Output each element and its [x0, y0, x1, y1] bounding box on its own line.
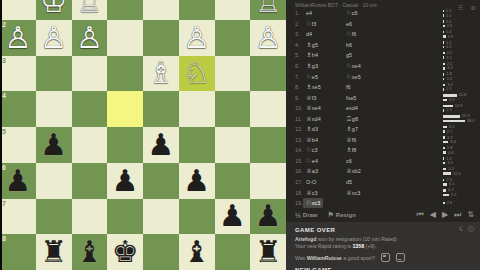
move-number: 11. [295, 116, 306, 122]
square-g5[interactable]: ♟ [36, 127, 72, 163]
black-move[interactable]: h6 [346, 42, 443, 48]
flip-board-icon[interactable]: ⇅ [467, 211, 474, 219]
white-move[interactable]: ♘xc3 [303, 198, 323, 208]
black-move[interactable]: ♘f6 [346, 30, 443, 38]
move-nav: ⏮◀▶⏭⇅ [417, 211, 474, 219]
square-a8[interactable]: ♜ [250, 234, 286, 270]
black-move[interactable]: ♗g7 [346, 125, 443, 133]
rank-label-4: 4 [2, 92, 6, 99]
white-pawn: ♙ [76, 23, 103, 53]
move-number: 18. [295, 190, 306, 196]
move-row-7: 7.♘e5♘xe51.82.2 [286, 71, 480, 82]
square-h5[interactable]: 5 [0, 127, 36, 163]
resign-button[interactable]: ⚑ Resign [328, 211, 356, 219]
thumbs-up-icon[interactable] [381, 253, 390, 262]
square-c3[interactable]: ♘ [179, 56, 215, 92]
move-row-14: 14.♘c3♗f82.84.6 [286, 145, 480, 156]
square-a3[interactable] [250, 56, 286, 92]
white-rook: ♖ [76, 0, 103, 17]
move-row-5: 5.♗h4g52.52.1 [286, 50, 480, 61]
white-bishop: ♗ [147, 58, 174, 88]
challenge-icon[interactable]: ☇ [459, 225, 463, 234]
move-time-bars: 0.22.6 [443, 20, 480, 28]
move-number: 2. [295, 21, 306, 27]
result-text: Ariefogd won by resignation (10 min Rate… [295, 236, 474, 242]
move-row-18: 18.♕c3♕xc34.79.2 [286, 187, 480, 198]
white-move[interactable]: ♗d3 [306, 125, 346, 133]
info-icon[interactable]: ⓘ [468, 225, 475, 234]
black-move[interactable]: fxe5 [346, 95, 443, 101]
square-b1[interactable] [215, 0, 251, 20]
black-bishop: ♝ [76, 237, 103, 267]
square-c8[interactable]: ♝ [179, 234, 215, 270]
square-h7[interactable]: 7 [0, 199, 36, 235]
move-time-bars: 1.93.3 [443, 157, 480, 165]
move-row-4: 4.♗g5h61.21.5 [286, 40, 480, 51]
move-row-13: 13.♕b4♕f63.28.4 [286, 135, 480, 146]
draw-label: Draw [303, 212, 318, 218]
black-move[interactable]: ♕xc3 [346, 189, 443, 197]
move-time-bars: 14.92.1 [443, 104, 480, 112]
white-pawn: ♙ [183, 23, 210, 53]
square-b3[interactable] [215, 56, 251, 92]
move-number: 13. [295, 137, 306, 143]
move-number: 5. [295, 52, 306, 58]
move-row-19: 19.♘xc32.6 [286, 198, 480, 208]
black-pawn: ♟ [4, 166, 31, 196]
square-e2[interactable] [107, 20, 143, 56]
square-c1[interactable] [179, 0, 215, 20]
square-b4[interactable] [215, 91, 251, 127]
move-row-9: 9.♕f3fxe520.85.9 [286, 92, 480, 103]
white-move[interactable]: ♘e5 [306, 73, 346, 81]
square-f7[interactable] [72, 199, 108, 235]
square-h2[interactable]: 2♙ [0, 20, 36, 56]
square-e5[interactable] [107, 127, 143, 163]
square-g4[interactable] [36, 91, 72, 127]
white-move[interactable]: ♗g3 [306, 62, 346, 70]
game-title: WilliamRuisse BOT · Casual · 10 min [295, 2, 377, 8]
white-move[interactable]: d4 [306, 31, 346, 37]
move-number: 16. [295, 168, 306, 174]
square-h8[interactable]: 8 [0, 234, 36, 270]
square-d8[interactable] [143, 234, 179, 270]
new-rating: 1358 [352, 243, 364, 249]
rank-label-3: 3 [2, 57, 6, 64]
square-f3[interactable] [72, 56, 108, 92]
square-g7[interactable] [36, 199, 72, 235]
black-move[interactable]: ♗f8 [346, 146, 443, 154]
black-move[interactable]: f6 [346, 84, 443, 90]
white-move[interactable]: ♕f3 [306, 94, 346, 102]
black-pawn: ♟ [255, 201, 282, 231]
square-f8[interactable]: ♝ [72, 234, 108, 270]
move-time-bars: 1.82.2 [443, 73, 480, 81]
game-over-section: GAME OVER ☇ ⓘ Ariefogd won by resignatio… [286, 222, 480, 270]
move-time-bars: 0.11.5 [443, 9, 480, 17]
square-d4[interactable] [143, 91, 179, 127]
rating-text: Your new Rapid rating is 1358 (+9). [295, 243, 474, 249]
controls-bar: ½ Draw ⚑ Resign ⏮◀▶⏭⇅ [286, 208, 480, 222]
move-number: 1. [295, 10, 306, 16]
black-move[interactable]: ♕xb2 [346, 167, 443, 175]
square-c6[interactable]: ♟ [179, 163, 215, 199]
half-point-icon: ½ [295, 212, 301, 219]
move-row-1: 1.e4♘c60.11.5 [286, 8, 480, 19]
sidebar: WilliamRuisse BOT · Casual · 10 min ☰ ⚙ … [286, 0, 480, 270]
black-king: ♚ [112, 237, 139, 267]
flag-icon: ⚑ [328, 211, 334, 219]
black-move[interactable]: e6 [346, 21, 443, 27]
square-a5[interactable] [250, 127, 286, 163]
move-number: 8. [295, 84, 306, 90]
move-time-bars: 2.53.2 [443, 62, 480, 70]
black-rook: ♜ [40, 237, 67, 267]
black-move[interactable]: ♖g8 [346, 115, 443, 123]
square-g6[interactable] [36, 163, 72, 199]
white-move[interactable]: ♕xe4 [306, 104, 346, 112]
left-edge-divider [0, 0, 2, 270]
move-row-16: 16.♕a3♕xb25.212.4 [286, 166, 480, 177]
white-move[interactable]: ♘f3 [306, 20, 346, 28]
square-g3[interactable] [36, 56, 72, 92]
move-time-bars: 2.84.6 [443, 146, 480, 154]
game-over-title: GAME OVER [295, 227, 335, 233]
square-e1[interactable] [107, 0, 143, 20]
white-move[interactable]: ♗xe5 [306, 83, 346, 91]
black-pawn: ♟ [219, 201, 246, 231]
square-e7[interactable] [107, 199, 143, 235]
move-row-11: 11.♕xd4♖g825.936.0 [286, 113, 480, 124]
square-e6[interactable]: ♟ [107, 163, 143, 199]
thumbs-down-icon[interactable] [396, 253, 405, 262]
move-row-15: 15.♘e4c61.93.3 [286, 156, 480, 167]
move-row-3: 3.d4♘f60.43.9 [286, 29, 480, 40]
move-number: 3. [295, 31, 306, 37]
square-b5[interactable] [215, 127, 251, 163]
move-time-bars: 5.212.4 [443, 167, 480, 175]
white-knight: ♘ [183, 58, 210, 88]
square-c7[interactable] [179, 199, 215, 235]
square-e4[interactable] [107, 91, 143, 127]
move-time-bars: 3.41.5 [443, 83, 480, 91]
winner-name: Ariefogd [295, 236, 316, 242]
sportsmanship-question: Was WilliamRuisse a good sport? [295, 255, 375, 261]
square-d7[interactable] [143, 199, 179, 235]
black-pawn: ♟ [147, 130, 174, 160]
move-list: 1.e4♘c60.11.52.♘f3e60.22.63.d4♘f60.43.94… [286, 8, 480, 208]
square-f4[interactable] [72, 91, 108, 127]
move-time-bars: 6.12.7 [443, 125, 480, 133]
black-move[interactable]: g5 [346, 52, 443, 58]
square-h6[interactable]: 6♟ [0, 163, 36, 199]
move-number: 15. [295, 158, 306, 164]
white-move[interactable]: e4 [306, 10, 346, 16]
black-pawn: ♟ [40, 130, 67, 160]
new-game-title: NEW GAME [295, 267, 474, 270]
move-time-bars: 25.936.0 [443, 115, 480, 123]
black-move[interactable]: ♘c6 [346, 9, 443, 17]
square-a6[interactable] [250, 163, 286, 199]
square-f2[interactable]: ♙ [72, 20, 108, 56]
board-grid: 1♔♖♖2♙♙♙♙♙3♗♘45♟♟6♟♟♟7♟♟8♜♝♚♝♜ [0, 0, 286, 270]
white-pawn: ♙ [4, 23, 31, 53]
white-move[interactable]: ♕b4 [306, 136, 346, 144]
square-c4[interactable] [179, 91, 215, 127]
move-number: 17. [295, 179, 306, 185]
black-bishop: ♝ [183, 237, 210, 267]
draw-button[interactable]: ½ Draw [295, 212, 318, 219]
move-number: 7. [295, 74, 306, 80]
square-b6[interactable] [215, 163, 251, 199]
move-row-12: 12.♗d3♗g76.12.7 [286, 124, 480, 135]
move-row-17: 17.O-Od52.36.1 [286, 177, 480, 188]
square-f1[interactable]: ♖ [72, 0, 108, 20]
move-number: 9. [295, 95, 306, 101]
black-move[interactable]: d5 [346, 179, 443, 185]
resign-label: Resign [336, 212, 356, 218]
white-pawn: ♙ [255, 23, 282, 53]
black-move[interactable]: exd4 [346, 105, 443, 111]
white-move[interactable]: ♘e4 [306, 157, 346, 165]
square-h1[interactable]: 1 [0, 0, 36, 20]
rank-label-2: 2 [2, 21, 6, 28]
move-row-8: 8.♗xe5f63.41.5 [286, 82, 480, 93]
black-rook: ♜ [255, 237, 282, 267]
move-time-bars: 2.36.1 [443, 178, 480, 186]
square-b7[interactable]: ♟ [215, 199, 251, 235]
move-time-bars: 3.28.4 [443, 136, 480, 144]
move-number: 6. [295, 63, 306, 69]
square-d1[interactable] [143, 0, 179, 20]
white-move[interactable]: ♘c3 [306, 146, 346, 154]
move-time-bars: 20.85.9 [443, 94, 480, 102]
square-a1[interactable]: ♖ [250, 0, 286, 20]
black-move[interactable]: c6 [346, 158, 443, 164]
square-g1[interactable]: ♔ [36, 0, 72, 20]
white-move[interactable]: ♗h4 [306, 51, 346, 59]
square-d3[interactable]: ♗ [143, 56, 179, 92]
square-g8[interactable]: ♜ [36, 234, 72, 270]
first-move-icon[interactable]: ⏮ [417, 211, 424, 219]
move-row-6: 6.♗g3♘xe42.53.2 [286, 61, 480, 72]
square-b2[interactable] [215, 20, 251, 56]
rank-label-5: 5 [2, 128, 6, 135]
square-d2[interactable] [143, 20, 179, 56]
move-time-bars: 4.79.2 [443, 189, 480, 197]
white-king: ♔ [40, 0, 67, 17]
move-time-bars: 2.6 [443, 201, 480, 205]
opponent-name: WilliamRuisse [307, 255, 342, 261]
black-move[interactable]: ♘xe5 [346, 73, 443, 81]
rank-label-8: 8 [2, 235, 6, 242]
white-pawn: ♙ [40, 23, 67, 53]
rank-label-6: 6 [2, 164, 6, 171]
square-d6[interactable] [143, 163, 179, 199]
square-c5[interactable] [179, 127, 215, 163]
black-pawn: ♟ [183, 166, 210, 196]
rank-label-7: 7 [2, 200, 6, 207]
square-h3[interactable]: 3 [0, 56, 36, 92]
move-time-bars: 0.43.9 [443, 30, 480, 38]
last-move-icon[interactable]: ⏭ [454, 211, 461, 219]
move-row-2: 2.♘f3e60.22.6 [286, 19, 480, 30]
square-e8[interactable]: ♚ [107, 234, 143, 270]
square-h4[interactable]: 4 [0, 91, 36, 127]
white-rook: ♖ [255, 0, 282, 17]
next-move-icon[interactable]: ▶ [442, 211, 448, 219]
square-a4[interactable] [250, 91, 286, 127]
move-row-10: 10.♕xe4exd414.92.1 [286, 103, 480, 114]
move-number: 4. [295, 42, 306, 48]
prev-move-icon[interactable]: ◀ [430, 211, 436, 219]
move-number: 14. [295, 147, 306, 153]
square-g2[interactable]: ♙ [36, 20, 72, 56]
black-move[interactable]: ♘xe4 [346, 62, 443, 70]
white-move[interactable]: ♕c3 [306, 189, 346, 197]
game-header: WilliamRuisse BOT · Casual · 10 min ☰ ⚙ [286, 0, 480, 8]
black-pawn: ♟ [112, 166, 139, 196]
square-a7[interactable]: ♟ [250, 199, 286, 235]
square-c2[interactable]: ♙ [179, 20, 215, 56]
square-a2[interactable]: ♙ [250, 20, 286, 56]
white-move[interactable]: O-O [306, 179, 346, 185]
square-f5[interactable] [72, 127, 108, 163]
square-d5[interactable]: ♟ [143, 127, 179, 163]
square-b8[interactable] [215, 234, 251, 270]
square-e3[interactable] [107, 56, 143, 92]
white-move[interactable]: ♗g5 [306, 41, 346, 49]
move-time-bars: 2.52.1 [443, 51, 480, 59]
white-move[interactable]: ♕a3 [306, 167, 346, 175]
move-number: 12. [295, 126, 306, 132]
black-move[interactable]: ♕f6 [346, 136, 443, 144]
chess-board: 1♔♖♖2♙♙♙♙♙3♗♘45♟♟6♟♟♟7♟♟8♜♝♚♝♜ [0, 0, 286, 270]
white-move[interactable]: ♕xd4 [306, 115, 346, 123]
move-time-bars: 1.21.5 [443, 41, 480, 49]
move-number: 10. [295, 105, 306, 111]
square-f6[interactable] [72, 163, 108, 199]
app-window: 1♔♖♖2♙♙♙♙♙3♗♘45♟♟6♟♟♟7♟♟8♜♝♚♝♜ WilliamRu… [0, 0, 480, 270]
